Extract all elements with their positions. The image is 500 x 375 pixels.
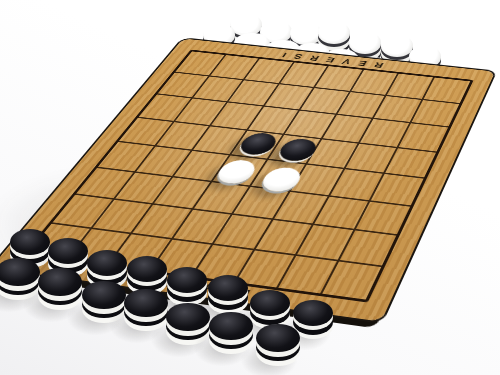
black-disc-top-face	[127, 256, 167, 282]
black-disc-top-face	[0, 258, 40, 286]
black-disc-stack[interactable]	[208, 275, 248, 314]
table-surface: REVERSI REVERSI	[0, 0, 500, 375]
black-disc-top-face	[208, 275, 248, 301]
black-disc-top-face	[48, 238, 88, 264]
black-disc-top-face	[209, 312, 252, 340]
black-disc-top-face	[167, 267, 207, 293]
black-disc-e4[interactable]	[275, 137, 321, 162]
black-disc-top-face	[166, 303, 209, 331]
black-disc-top-face	[38, 268, 81, 296]
black-disc-top-face	[10, 229, 50, 255]
black-disc-stack[interactable]	[256, 324, 299, 366]
black-disc-top-face	[256, 324, 299, 352]
black-disc-top-face	[87, 250, 127, 276]
black-disc-top-face	[293, 300, 333, 326]
white-disc-e5[interactable]	[258, 166, 305, 193]
white-disc-d5[interactable]	[212, 159, 260, 186]
black-disc-d4[interactable]	[235, 131, 281, 156]
black-disc-top-face	[124, 289, 167, 317]
black-disc-top-face	[82, 281, 125, 309]
black-disc-top-face	[250, 290, 290, 316]
